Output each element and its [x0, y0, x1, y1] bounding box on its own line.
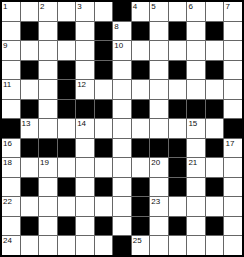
clue-number-25: 25 [133, 236, 142, 245]
white-cell-r3c12[interactable] [206, 41, 224, 60]
white-cell-r1c6[interactable] [95, 2, 113, 21]
white-cell-r13c13[interactable] [224, 236, 242, 255]
white-cell-r12c3[interactable] [39, 217, 57, 236]
white-cell-r4c1[interactable] [2, 61, 20, 80]
white-cell-r5c7[interactable] [113, 80, 131, 99]
white-cell-r3c11[interactable] [187, 41, 205, 60]
white-cell-r11c1[interactable]: 22 [2, 197, 20, 216]
white-cell-r9c11[interactable]: 21 [187, 158, 205, 177]
white-cell-r4c13[interactable] [224, 61, 242, 80]
black-cell-r8c4 [58, 139, 76, 158]
white-cell-r13c4[interactable] [58, 236, 76, 255]
white-cell-r6c9[interactable] [150, 100, 168, 119]
black-cell-r2c4 [58, 22, 76, 41]
white-cell-r11c10[interactable] [169, 197, 187, 216]
white-cell-r5c5[interactable]: 12 [76, 80, 94, 99]
white-cell-r10c13[interactable] [224, 178, 242, 197]
white-cell-r3c4[interactable] [58, 41, 76, 60]
black-cell-r12c6 [95, 217, 113, 236]
white-cell-r1c10[interactable] [169, 2, 187, 21]
clue-number-7: 7 [225, 2, 229, 11]
white-cell-r5c2[interactable] [21, 80, 39, 99]
black-cell-r12c10 [169, 217, 187, 236]
clue-number-3: 3 [77, 2, 81, 11]
black-cell-r4c10 [169, 61, 187, 80]
white-cell-r9c7[interactable] [113, 158, 131, 177]
white-cell-r11c3[interactable] [39, 197, 57, 216]
white-cell-r2c11[interactable] [187, 22, 205, 41]
black-cell-r13c7 [113, 236, 131, 255]
black-cell-r2c10 [169, 22, 187, 41]
white-cell-r2c1[interactable] [2, 22, 20, 41]
white-cell-r12c13[interactable] [224, 217, 242, 236]
black-cell-r6c10 [169, 100, 187, 119]
clue-number-2: 2 [40, 2, 44, 11]
white-cell-r3c7[interactable]: 10 [113, 41, 131, 60]
black-cell-r8c6 [95, 139, 113, 158]
black-cell-r5c4 [58, 80, 76, 99]
white-cell-r3c1[interactable]: 9 [2, 41, 20, 60]
clue-number-13: 13 [22, 119, 31, 128]
black-cell-r2c12 [206, 22, 224, 41]
white-cell-r9c8[interactable] [132, 158, 150, 177]
black-cell-r12c12 [206, 217, 224, 236]
white-cell-r4c7[interactable] [113, 61, 131, 80]
white-cell-r7c6[interactable] [95, 119, 113, 138]
white-cell-r1c4[interactable] [58, 2, 76, 21]
white-cell-r12c9[interactable] [150, 217, 168, 236]
black-cell-r2c6 [95, 22, 113, 41]
white-cell-r12c5[interactable] [76, 217, 94, 236]
white-cell-r12c1[interactable] [2, 217, 20, 236]
white-cell-r13c9[interactable] [150, 236, 168, 255]
black-cell-r12c2 [21, 217, 39, 236]
white-cell-r7c7[interactable] [113, 119, 131, 138]
white-cell-r6c13[interactable] [224, 100, 242, 119]
white-cell-r12c7[interactable] [113, 217, 131, 236]
white-cell-r4c11[interactable] [187, 61, 205, 80]
black-cell-r4c2 [21, 61, 39, 80]
white-cell-r9c13[interactable] [224, 158, 242, 177]
white-cell-r2c3[interactable] [39, 22, 57, 41]
clue-number-12: 12 [77, 80, 86, 89]
white-cell-r8c11[interactable] [187, 139, 205, 158]
white-cell-r1c5[interactable]: 3 [76, 2, 94, 21]
white-cell-r1c11[interactable]: 6 [187, 2, 205, 21]
white-cell-r11c4[interactable] [58, 197, 76, 216]
white-cell-r4c3[interactable] [39, 61, 57, 80]
white-cell-r2c5[interactable] [76, 22, 94, 41]
white-cell-r11c9[interactable]: 23 [150, 197, 168, 216]
white-cell-r5c11[interactable] [187, 80, 205, 99]
white-cell-r5c3[interactable] [39, 80, 57, 99]
clue-number-15: 15 [188, 119, 197, 128]
white-cell-r7c4[interactable] [58, 119, 76, 138]
white-cell-r1c2[interactable] [21, 2, 39, 21]
clue-number-20: 20 [151, 158, 160, 167]
black-cell-r8c9 [150, 139, 168, 158]
white-cell-r13c3[interactable] [39, 236, 57, 255]
white-cell-r4c5[interactable] [76, 61, 94, 80]
black-cell-r10c6 [95, 178, 113, 197]
white-cell-r8c1[interactable]: 16 [2, 139, 20, 158]
white-cell-r13c6[interactable] [95, 236, 113, 255]
clue-number-22: 22 [3, 197, 12, 206]
white-cell-r11c2[interactable] [21, 197, 39, 216]
clue-number-19: 19 [40, 158, 49, 167]
black-cell-r2c2 [21, 22, 39, 41]
white-cell-r10c1[interactable] [2, 178, 20, 197]
white-cell-r2c7[interactable]: 8 [113, 22, 131, 41]
white-cell-r7c10[interactable] [169, 119, 187, 138]
white-cell-r7c8[interactable] [132, 119, 150, 138]
white-cell-r9c6[interactable] [95, 158, 113, 177]
white-cell-r1c3[interactable]: 2 [39, 2, 57, 21]
white-cell-r8c13[interactable]: 17 [224, 139, 242, 158]
white-cell-r3c5[interactable] [76, 41, 94, 60]
white-cell-r9c9[interactable]: 20 [150, 158, 168, 177]
clue-number-24: 24 [3, 236, 12, 245]
black-cell-r4c8 [132, 61, 150, 80]
white-cell-r13c11[interactable] [187, 236, 205, 255]
clue-number-21: 21 [188, 158, 197, 167]
clue-number-18: 18 [3, 158, 12, 167]
white-cell-r8c5[interactable] [76, 139, 94, 158]
white-cell-r10c7[interactable] [113, 178, 131, 197]
black-cell-r6c6 [95, 100, 113, 119]
white-cell-r1c1[interactable]: 1 [2, 2, 20, 21]
white-cell-r5c12[interactable] [206, 80, 224, 99]
white-cell-r5c10[interactable] [169, 80, 187, 99]
black-cell-r8c12 [206, 139, 224, 158]
white-cell-r9c5[interactable] [76, 158, 94, 177]
white-cell-r1c13[interactable]: 7 [224, 2, 242, 21]
black-cell-r10c12 [206, 178, 224, 197]
white-cell-r1c9[interactable]: 5 [150, 2, 168, 21]
black-cell-r4c4 [58, 61, 76, 80]
white-cell-r11c11[interactable] [187, 197, 205, 216]
clue-number-10: 10 [114, 41, 123, 50]
black-cell-r7c1 [2, 119, 20, 138]
white-cell-r13c12[interactable] [206, 236, 224, 255]
clue-number-14: 14 [77, 119, 86, 128]
white-cell-r10c5[interactable] [76, 178, 94, 197]
white-cell-r6c3[interactable] [39, 100, 57, 119]
white-cell-r11c6[interactable] [95, 197, 113, 216]
black-cell-r6c8 [132, 100, 150, 119]
white-cell-r5c9[interactable] [150, 80, 168, 99]
white-cell-r7c12[interactable] [206, 119, 224, 138]
white-cell-r8c7[interactable] [113, 139, 131, 158]
white-cell-r9c2[interactable] [21, 158, 39, 177]
black-cell-r2c8 [132, 22, 150, 41]
white-cell-r11c13[interactable] [224, 197, 242, 216]
white-cell-r2c9[interactable] [150, 22, 168, 41]
white-cell-r10c3[interactable] [39, 178, 57, 197]
white-cell-r3c13[interactable] [224, 41, 242, 60]
white-cell-r5c6[interactable] [95, 80, 113, 99]
black-cell-r12c4 [58, 217, 76, 236]
white-cell-r1c12[interactable] [206, 2, 224, 21]
white-cell-r1c8[interactable]: 4 [132, 2, 150, 21]
black-cell-r8c8 [132, 139, 150, 158]
white-cell-r13c5[interactable] [76, 236, 94, 255]
white-cell-r10c9[interactable] [150, 178, 168, 197]
white-cell-r9c1[interactable]: 18 [2, 158, 20, 177]
black-cell-r4c6 [95, 61, 113, 80]
black-cell-r6c4 [58, 100, 76, 119]
black-cell-r6c11 [187, 100, 205, 119]
white-cell-r11c7[interactable] [113, 197, 131, 216]
clue-number-8: 8 [114, 22, 118, 31]
white-cell-r10c11[interactable] [187, 178, 205, 197]
white-cell-r5c8[interactable] [132, 80, 150, 99]
white-cell-r9c12[interactable] [206, 158, 224, 177]
black-cell-r11c8 [132, 197, 150, 216]
black-cell-r1c7 [113, 2, 131, 21]
clue-number-4: 4 [133, 2, 137, 11]
white-cell-r2c13[interactable] [224, 22, 242, 41]
white-cell-r3c10[interactable] [169, 41, 187, 60]
black-cell-r10c2 [21, 178, 39, 197]
white-cell-r3c2[interactable] [21, 41, 39, 60]
clue-number-6: 6 [188, 2, 192, 11]
black-cell-r4c12 [206, 61, 224, 80]
white-cell-r13c10[interactable] [169, 236, 187, 255]
white-cell-r7c5[interactable]: 14 [76, 119, 94, 138]
white-cell-r13c1[interactable]: 24 [2, 236, 20, 255]
clue-number-23: 23 [151, 197, 160, 206]
black-cell-r10c10 [169, 178, 187, 197]
white-cell-r7c9[interactable] [150, 119, 168, 138]
white-cell-r7c3[interactable] [39, 119, 57, 138]
white-cell-r9c4[interactable] [58, 158, 76, 177]
black-cell-r12c8 [132, 217, 150, 236]
white-cell-r7c11[interactable]: 15 [187, 119, 205, 138]
white-cell-r11c12[interactable] [206, 197, 224, 216]
white-cell-r13c2[interactable] [21, 236, 39, 255]
white-cell-r9c3[interactable]: 19 [39, 158, 57, 177]
clue-number-5: 5 [151, 2, 155, 11]
white-cell-r5c13[interactable] [224, 80, 242, 99]
black-cell-r8c2 [21, 139, 39, 158]
white-cell-r4c9[interactable] [150, 61, 168, 80]
black-cell-r6c5 [76, 100, 94, 119]
clue-number-17: 17 [225, 139, 234, 148]
clue-number-1: 1 [3, 2, 7, 11]
crossword-grid: 1234567891011121314151617181920212223242… [0, 0, 244, 257]
white-cell-r6c1[interactable] [2, 100, 20, 119]
black-cell-r8c3 [39, 139, 57, 158]
white-cell-r12c11[interactable] [187, 217, 205, 236]
black-cell-r3c6 [95, 41, 113, 60]
white-cell-r6c7[interactable] [113, 100, 131, 119]
white-cell-r3c9[interactable] [150, 41, 168, 60]
white-cell-r7c2[interactable]: 13 [21, 119, 39, 138]
black-cell-r7c13 [224, 119, 242, 138]
black-cell-r10c4 [58, 178, 76, 197]
white-cell-r3c8[interactable] [132, 41, 150, 60]
white-cell-r13c8[interactable]: 25 [132, 236, 150, 255]
white-cell-r3c3[interactable] [39, 41, 57, 60]
clue-number-9: 9 [3, 41, 7, 50]
clue-number-16: 16 [3, 139, 12, 148]
white-cell-r11c5[interactable] [76, 197, 94, 216]
white-cell-r5c1[interactable]: 11 [2, 80, 20, 99]
black-cell-r6c2 [21, 100, 39, 119]
black-cell-r10c8 [132, 178, 150, 197]
black-cell-r6c12 [206, 100, 224, 119]
black-cell-r8c10 [169, 139, 187, 158]
clue-number-11: 11 [3, 80, 11, 89]
black-cell-r9c10 [169, 158, 187, 177]
